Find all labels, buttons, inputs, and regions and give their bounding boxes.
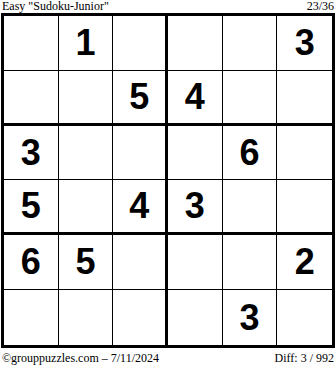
cell-r3c4 [168,126,223,181]
cell-r2c2 [59,71,114,126]
cells-to-solve-counter: 23/36 [307,0,334,12]
cell-r1c1 [4,16,59,71]
puzzle-title: Easy "Sudoku-Junior" [2,0,109,12]
cell-r2c3: 5 [113,71,168,126]
cell-r6c2 [59,290,114,345]
cell-r5c2: 5 [59,235,114,290]
cell-r3c3 [113,126,168,181]
cell-r2c5 [223,71,278,126]
cell-r5c5 [223,235,278,290]
cell-r5c6: 2 [277,235,332,290]
cell-r3c2 [59,126,114,181]
cell-r4c6 [277,180,332,235]
cell-r3c6 [277,126,332,181]
cell-r5c3 [113,235,168,290]
cell-r6c5: 3 [223,290,278,345]
cell-r4c1: 5 [4,180,59,235]
cell-r1c3 [113,16,168,71]
cell-r1c2: 1 [59,16,114,71]
cell-r3c5: 6 [223,126,278,181]
cell-r1c5 [223,16,278,71]
cell-r6c6 [277,290,332,345]
cell-r1c6: 3 [277,16,332,71]
cell-r4c3: 4 [113,180,168,235]
page-footer: ©grouppuzzles.com – 7/11/2024 Diff: 3 / … [2,352,334,366]
cell-r2c6 [277,71,332,126]
cell-r4c4: 3 [168,180,223,235]
cell-r6c1 [4,290,59,345]
copyright-date: ©grouppuzzles.com – 7/11/2024 [2,352,159,365]
sudoku-grid: 1354365436523 [1,13,335,348]
cell-r4c5 [223,180,278,235]
cell-r2c1 [4,71,59,126]
cell-r5c1: 6 [4,235,59,290]
difficulty-rating: Diff: 3 / 992 [275,352,334,365]
cell-r6c4 [168,290,223,345]
cell-r3c1: 3 [4,126,59,181]
page-header: Easy "Sudoku-Junior" 23/36 [2,0,334,12]
cell-r4c2 [59,180,114,235]
cell-r6c3 [113,290,168,345]
cell-r2c4: 4 [168,71,223,126]
cell-r1c4 [168,16,223,71]
cell-r5c4 [168,235,223,290]
